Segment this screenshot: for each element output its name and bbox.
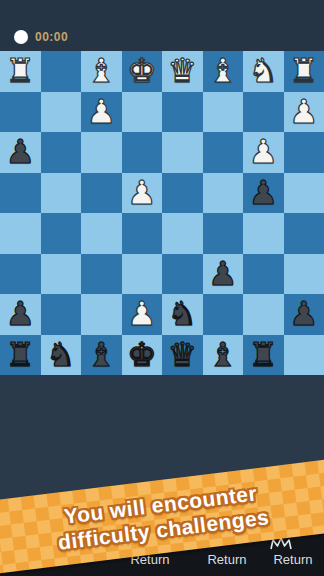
square[interactable] xyxy=(122,132,163,173)
square[interactable] xyxy=(81,254,122,295)
square[interactable] xyxy=(41,213,82,254)
black-rook: ♜ xyxy=(248,335,278,376)
square[interactable]: ♚ xyxy=(122,51,163,92)
square[interactable] xyxy=(81,294,122,335)
white-pawn: ♟ xyxy=(127,173,157,214)
square[interactable] xyxy=(41,51,82,92)
square[interactable] xyxy=(41,254,82,295)
square[interactable] xyxy=(203,132,244,173)
square[interactable]: ♝ xyxy=(81,51,122,92)
black-rook: ♜ xyxy=(5,335,35,376)
white-pawn: ♟ xyxy=(289,92,319,133)
square[interactable]: ♚ xyxy=(122,335,163,376)
square[interactable]: ♝ xyxy=(81,335,122,376)
top-bar: 00:00 xyxy=(0,0,324,51)
square[interactable] xyxy=(162,254,203,295)
black-bishop: ♝ xyxy=(86,335,116,376)
black-queen: ♛ xyxy=(167,335,197,376)
white-bishop: ♝ xyxy=(208,51,238,92)
square[interactable]: ♟ xyxy=(0,132,41,173)
black-pawn: ♟ xyxy=(208,254,238,295)
square[interactable]: ♝ xyxy=(203,335,244,376)
white-rook: ♜ xyxy=(5,51,35,92)
square[interactable]: ♟ xyxy=(122,173,163,214)
square[interactable] xyxy=(203,294,244,335)
white-knight: ♞ xyxy=(248,51,278,92)
square[interactable] xyxy=(203,92,244,133)
square[interactable] xyxy=(243,254,284,295)
chess-app-screen: 00:00 ♜♝♚♛♝♞♜♟♟♟♟♟♟♟♟♟♞♟♜♞♝♚♛♝♜ 00:00 ♟ … xyxy=(0,0,324,576)
square[interactable] xyxy=(243,213,284,254)
black-king: ♚ xyxy=(127,335,157,376)
square[interactable]: ♟ xyxy=(284,92,324,133)
chess-board[interactable]: ♜♝♚♛♝♞♜♟♟♟♟♟♟♟♟♟♞♟♜♞♝♚♛♝♜ xyxy=(0,51,324,375)
return-button-2[interactable]: Return xyxy=(207,552,246,567)
black-knight: ♞ xyxy=(46,335,76,376)
white-queen: ♛ xyxy=(167,51,197,92)
square[interactable]: ♟ xyxy=(203,254,244,295)
square[interactable]: ♟ xyxy=(284,294,324,335)
black-bishop: ♝ xyxy=(208,335,238,376)
square[interactable] xyxy=(81,132,122,173)
square[interactable] xyxy=(284,254,324,295)
square[interactable] xyxy=(162,173,203,214)
square[interactable] xyxy=(203,173,244,214)
square[interactable] xyxy=(284,213,324,254)
square[interactable] xyxy=(81,173,122,214)
square[interactable]: ♜ xyxy=(0,335,41,376)
square[interactable] xyxy=(243,92,284,133)
square[interactable]: ♛ xyxy=(162,335,203,376)
white-bishop: ♝ xyxy=(86,51,116,92)
square[interactable] xyxy=(162,132,203,173)
square[interactable] xyxy=(0,254,41,295)
white-rook: ♜ xyxy=(289,51,319,92)
white-turn-indicator-icon xyxy=(14,30,28,44)
black-pawn: ♟ xyxy=(5,294,35,335)
white-king: ♚ xyxy=(127,51,157,92)
square[interactable] xyxy=(162,213,203,254)
square[interactable] xyxy=(284,173,324,214)
square[interactable] xyxy=(41,132,82,173)
square[interactable]: ♞ xyxy=(41,335,82,376)
square[interactable]: ♟ xyxy=(0,294,41,335)
square[interactable]: ♜ xyxy=(243,335,284,376)
square[interactable] xyxy=(122,92,163,133)
square[interactable] xyxy=(0,92,41,133)
square[interactable]: ♟ xyxy=(81,92,122,133)
square[interactable]: ♜ xyxy=(0,51,41,92)
square[interactable] xyxy=(41,173,82,214)
square[interactable]: ♜ xyxy=(284,51,324,92)
black-pawn: ♟ xyxy=(289,294,319,335)
square[interactable] xyxy=(41,294,82,335)
square[interactable] xyxy=(284,132,324,173)
square[interactable]: ♝ xyxy=(203,51,244,92)
square[interactable]: ♞ xyxy=(162,294,203,335)
square[interactable] xyxy=(41,92,82,133)
square[interactable] xyxy=(162,92,203,133)
white-pawn: ♟ xyxy=(248,132,278,173)
square[interactable]: ♟ xyxy=(243,132,284,173)
square[interactable]: ♛ xyxy=(162,51,203,92)
square[interactable]: ♞ xyxy=(243,51,284,92)
square[interactable]: ♟ xyxy=(122,294,163,335)
square[interactable] xyxy=(0,213,41,254)
white-pawn: ♟ xyxy=(127,294,157,335)
black-knight: ♞ xyxy=(167,294,197,335)
return-button-3[interactable]: Return xyxy=(273,552,312,567)
black-pawn: ♟ xyxy=(248,173,278,214)
black-pawn: ♟ xyxy=(5,132,35,173)
opponent-clock: 00:00 xyxy=(35,30,68,44)
square[interactable] xyxy=(81,213,122,254)
square[interactable] xyxy=(203,213,244,254)
square[interactable] xyxy=(122,254,163,295)
square[interactable]: ♟ xyxy=(243,173,284,214)
square[interactable] xyxy=(243,294,284,335)
square[interactable] xyxy=(0,173,41,214)
square[interactable] xyxy=(284,335,324,376)
white-pawn: ♟ xyxy=(86,92,116,133)
square[interactable] xyxy=(122,213,163,254)
